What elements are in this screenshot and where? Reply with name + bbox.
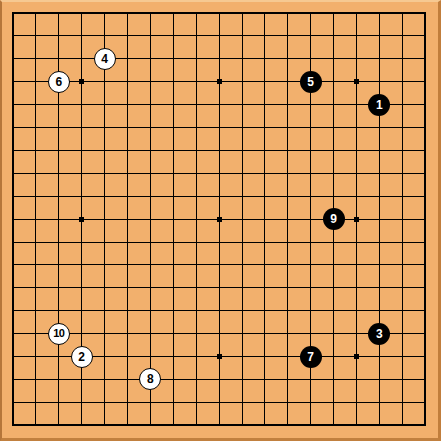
- star-point: [217, 354, 222, 359]
- star-point: [79, 79, 84, 84]
- grid-line-vertical: [287, 12, 288, 426]
- grid-line-vertical: [379, 12, 380, 426]
- black-stone-3: 3: [368, 323, 390, 345]
- star-point: [217, 79, 222, 84]
- grid-line-horizontal: [12, 310, 426, 311]
- black-stone-5: 5: [300, 71, 322, 93]
- black-stone-9: 9: [323, 208, 345, 230]
- white-stone-6: 6: [48, 71, 70, 93]
- star-point: [354, 217, 359, 222]
- black-stone-7: 7: [300, 346, 322, 368]
- white-stone-4: 4: [94, 48, 116, 70]
- black-stone-1: 1: [368, 94, 390, 116]
- stone-move-number: 8: [147, 373, 154, 385]
- grid-line-horizontal: [12, 424, 426, 426]
- white-stone-8: 8: [139, 368, 161, 390]
- grid-line-horizontal: [12, 264, 426, 265]
- stone-move-number: 10: [53, 328, 64, 339]
- grid-line-horizontal: [12, 333, 426, 334]
- white-stone-10: 10: [48, 323, 70, 345]
- grid-line-vertical: [402, 12, 403, 426]
- go-board: 12345678910: [0, 0, 441, 441]
- stone-move-number: 6: [55, 76, 62, 88]
- stone-move-number: 1: [376, 99, 383, 111]
- grid-line-horizontal: [12, 379, 426, 380]
- stone-move-number: 3: [376, 328, 383, 340]
- star-point: [354, 354, 359, 359]
- grid-line-horizontal: [12, 287, 426, 288]
- stone-move-number: 4: [101, 53, 108, 65]
- grid-line-horizontal: [12, 402, 426, 403]
- stone-move-number: 5: [307, 76, 314, 88]
- white-stone-2: 2: [71, 346, 93, 368]
- grid-line-vertical: [264, 12, 265, 426]
- board-grid: 12345678910: [2, 2, 438, 438]
- stone-move-number: 7: [307, 351, 314, 363]
- star-point: [354, 79, 359, 84]
- grid-line-horizontal: [12, 242, 426, 243]
- grid-line-vertical: [242, 12, 243, 426]
- stone-move-number: 9: [330, 213, 337, 225]
- star-point: [217, 217, 222, 222]
- star-point: [79, 217, 84, 222]
- grid-line-vertical: [424, 12, 426, 426]
- stone-move-number: 2: [78, 351, 85, 363]
